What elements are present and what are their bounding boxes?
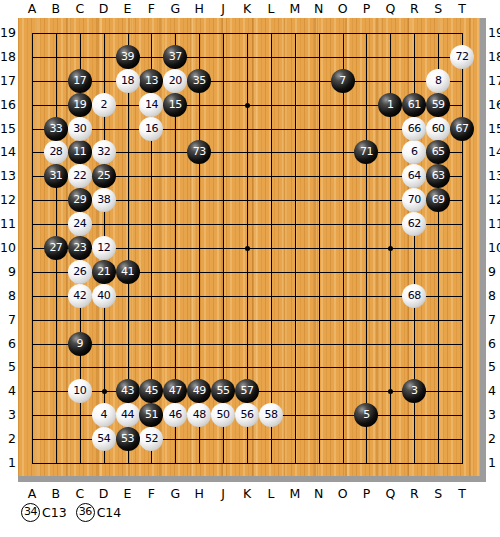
stone-white-68: 68 xyxy=(402,284,426,308)
stone-black-57: 57 xyxy=(235,379,259,403)
coordinate-label-right: 9 xyxy=(488,264,500,279)
coordinate-label-right: 1 xyxy=(488,455,500,470)
stone-white-70: 70 xyxy=(402,188,426,212)
stone-black-59: 59 xyxy=(426,93,450,117)
stone-white-20: 20 xyxy=(163,69,187,93)
coordinate-label-bottom: C xyxy=(71,486,89,501)
stone-black-27: 27 xyxy=(44,236,68,260)
stone-black-25: 25 xyxy=(92,164,116,188)
coordinate-label-right: 7 xyxy=(488,312,500,327)
coordinate-label-top: D xyxy=(95,1,113,16)
grid-line-vertical xyxy=(319,33,320,464)
stone-black-45: 45 xyxy=(139,379,163,403)
coordinate-label-bottom: B xyxy=(47,486,65,501)
coordinate-label-left: 18 xyxy=(0,49,16,64)
star-point xyxy=(245,246,250,251)
coordinate-label-left: 6 xyxy=(0,336,16,351)
coordinate-label-top: S xyxy=(429,1,447,16)
star-point xyxy=(388,246,393,251)
stone-black-31: 31 xyxy=(44,164,68,188)
stone-white-58: 58 xyxy=(259,403,283,427)
stone-white-72: 72 xyxy=(450,45,474,69)
stone-black-41: 41 xyxy=(116,260,140,284)
stone-white-28: 28 xyxy=(44,140,68,164)
coordinate-label-bottom: A xyxy=(23,486,41,501)
move-annotations: 34C1336C14 xyxy=(21,502,130,522)
stone-white-2: 2 xyxy=(92,93,116,117)
stone-white-6: 6 xyxy=(402,140,426,164)
stone-black-65: 65 xyxy=(426,140,450,164)
stone-black-3: 3 xyxy=(402,379,426,403)
stone-black-73: 73 xyxy=(187,140,211,164)
coordinate-label-top: B xyxy=(47,1,65,16)
grid-line-horizontal xyxy=(32,320,463,321)
stone-white-32: 32 xyxy=(92,140,116,164)
coordinate-label-right: 8 xyxy=(488,288,500,303)
stone-white-46: 46 xyxy=(163,403,187,427)
coordinate-label-left: 13 xyxy=(0,168,16,183)
stone-white-62: 62 xyxy=(402,212,426,236)
coordinate-label-bottom: S xyxy=(429,486,447,501)
stone-white-4: 4 xyxy=(92,403,116,427)
stone-black-21: 21 xyxy=(92,260,116,284)
coordinate-label-left: 7 xyxy=(0,312,16,327)
grid-line-vertical xyxy=(271,33,272,464)
stone-black-53: 53 xyxy=(116,427,140,451)
coordinate-label-top: O xyxy=(334,1,352,16)
stone-black-9: 9 xyxy=(68,332,92,356)
stone-black-29: 29 xyxy=(68,188,92,212)
stone-black-7: 7 xyxy=(331,69,355,93)
stone-black-63: 63 xyxy=(426,164,450,188)
grid-line-horizontal xyxy=(32,344,463,345)
caption-white-stone-34: 34 xyxy=(21,503,40,522)
coordinate-label-bottom: O xyxy=(334,486,352,501)
coordinate-label-right: 13 xyxy=(488,168,500,183)
stone-white-42: 42 xyxy=(68,284,92,308)
stone-black-1: 1 xyxy=(378,93,402,117)
coordinate-label-right: 5 xyxy=(488,359,500,374)
coordinate-label-top: F xyxy=(142,1,160,16)
stone-white-64: 64 xyxy=(402,164,426,188)
stone-white-10: 10 xyxy=(68,379,92,403)
stone-white-14: 14 xyxy=(139,93,163,117)
coordinate-label-bottom: N xyxy=(310,486,328,501)
coordinate-label-left: 1 xyxy=(0,455,16,470)
stone-white-16: 16 xyxy=(139,117,163,141)
stone-black-17: 17 xyxy=(68,69,92,93)
coordinate-label-top: E xyxy=(119,1,137,16)
coordinate-label-right: 12 xyxy=(488,192,500,207)
coordinate-label-left: 3 xyxy=(0,407,16,422)
coordinate-label-left: 5 xyxy=(0,359,16,374)
coordinate-label-right: 4 xyxy=(488,383,500,398)
coordinate-label-right: 11 xyxy=(488,216,500,231)
stone-black-35: 35 xyxy=(187,69,211,93)
stone-white-30: 30 xyxy=(68,117,92,141)
coordinate-label-top: H xyxy=(190,1,208,16)
coordinate-label-top: R xyxy=(405,1,423,16)
coordinate-label-right: 10 xyxy=(488,240,500,255)
coordinate-label-bottom: M xyxy=(286,486,304,501)
coordinate-label-left: 9 xyxy=(0,264,16,279)
coordinate-label-right: 18 xyxy=(488,49,500,64)
coordinate-label-top: K xyxy=(238,1,256,16)
stone-black-13: 13 xyxy=(139,69,163,93)
coordinate-label-left: 8 xyxy=(0,288,16,303)
coordinate-label-top: A xyxy=(23,1,41,16)
star-point xyxy=(102,389,107,394)
stone-black-37: 37 xyxy=(163,45,187,69)
coordinate-label-bottom: J xyxy=(214,486,232,501)
stone-black-5: 5 xyxy=(354,403,378,427)
stone-black-15: 15 xyxy=(163,93,187,117)
stone-black-43: 43 xyxy=(116,379,140,403)
coordinate-label-top: J xyxy=(214,1,232,16)
coordinate-label-top: M xyxy=(286,1,304,16)
stone-white-66: 66 xyxy=(402,117,426,141)
stone-black-33: 33 xyxy=(44,117,68,141)
coordinate-label-bottom: L xyxy=(262,486,280,501)
stone-white-8: 8 xyxy=(426,69,450,93)
coordinate-label-bottom: D xyxy=(95,486,113,501)
stone-white-48: 48 xyxy=(187,403,211,427)
stone-white-60: 60 xyxy=(426,117,450,141)
stone-white-26: 26 xyxy=(68,260,92,284)
coordinate-label-left: 15 xyxy=(0,121,16,136)
coordinate-label-left: 2 xyxy=(0,431,16,446)
stone-white-22: 22 xyxy=(68,164,92,188)
stone-black-67: 67 xyxy=(450,117,474,141)
caption-point-label: C14 xyxy=(97,505,122,520)
coordinate-label-top: N xyxy=(310,1,328,16)
grid-line-vertical xyxy=(343,33,344,464)
grid-line-vertical xyxy=(462,33,463,464)
stone-white-38: 38 xyxy=(92,188,116,212)
coordinate-label-top: L xyxy=(262,1,280,16)
caption-white-stone-36: 36 xyxy=(76,503,95,522)
coordinate-label-top: Q xyxy=(381,1,399,16)
stone-white-12: 12 xyxy=(92,236,116,260)
coordinate-label-top: T xyxy=(453,1,471,16)
coordinate-label-bottom: Q xyxy=(381,486,399,501)
coordinate-label-bottom: T xyxy=(453,486,471,501)
stone-white-56: 56 xyxy=(235,403,259,427)
coordinate-label-right: 15 xyxy=(488,121,500,136)
stone-white-54: 54 xyxy=(92,427,116,451)
stone-white-40: 40 xyxy=(92,284,116,308)
coordinate-label-left: 17 xyxy=(0,73,16,88)
coordinate-label-bottom: G xyxy=(166,486,184,501)
stone-black-39: 39 xyxy=(116,45,140,69)
grid-line-vertical xyxy=(366,33,367,464)
coordinate-label-left: 16 xyxy=(0,97,16,112)
stone-white-44: 44 xyxy=(116,403,140,427)
coordinate-label-right: 17 xyxy=(488,73,500,88)
coordinate-label-bottom: H xyxy=(190,486,208,501)
caption-point-label: C13 xyxy=(42,505,67,520)
coordinate-label-right: 2 xyxy=(488,431,500,446)
stone-black-71: 71 xyxy=(354,140,378,164)
stone-black-49: 49 xyxy=(187,379,211,403)
coordinate-label-left: 11 xyxy=(0,216,16,231)
stone-black-61: 61 xyxy=(402,93,426,117)
grid-line-vertical xyxy=(295,33,296,464)
stone-black-55: 55 xyxy=(211,379,235,403)
coordinate-label-top: G xyxy=(166,1,184,16)
coordinate-label-left: 10 xyxy=(0,240,16,255)
go-kifu-diagram: ABCDEFGHJKLMNOPQRST ABCDEFGHJKLMNOPQRST … xyxy=(0,0,500,537)
coordinate-label-left: 12 xyxy=(0,192,16,207)
coordinate-label-top: P xyxy=(357,1,375,16)
coordinate-label-bottom: R xyxy=(405,486,423,501)
stone-black-47: 47 xyxy=(163,379,187,403)
stone-white-18: 18 xyxy=(116,69,140,93)
coordinate-label-bottom: F xyxy=(142,486,160,501)
coordinate-label-right: 6 xyxy=(488,336,500,351)
coordinate-label-left: 14 xyxy=(0,144,16,159)
stone-black-69: 69 xyxy=(426,188,450,212)
go-board[interactable]: 1234567891011121314151617181920212223242… xyxy=(18,18,486,482)
grid-line-horizontal xyxy=(32,463,463,464)
coordinate-label-bottom: K xyxy=(238,486,256,501)
stone-black-51: 51 xyxy=(139,403,163,427)
coordinate-label-right: 16 xyxy=(488,97,500,112)
coordinate-label-left: 19 xyxy=(0,25,16,40)
coordinate-label-right: 14 xyxy=(488,144,500,159)
coordinate-label-top: C xyxy=(71,1,89,16)
grid-line-horizontal xyxy=(32,367,463,368)
star-point xyxy=(245,103,250,108)
stone-black-11: 11 xyxy=(68,140,92,164)
star-point xyxy=(388,389,393,394)
stone-black-23: 23 xyxy=(68,236,92,260)
coordinate-label-bottom: E xyxy=(119,486,137,501)
stone-white-50: 50 xyxy=(211,403,235,427)
coordinate-label-right: 19 xyxy=(488,25,500,40)
coordinate-label-left: 4 xyxy=(0,383,16,398)
stone-white-24: 24 xyxy=(68,212,92,236)
stone-black-19: 19 xyxy=(68,93,92,117)
coordinate-label-bottom: P xyxy=(357,486,375,501)
coordinate-label-right: 3 xyxy=(488,407,500,422)
stone-white-52: 52 xyxy=(139,427,163,451)
